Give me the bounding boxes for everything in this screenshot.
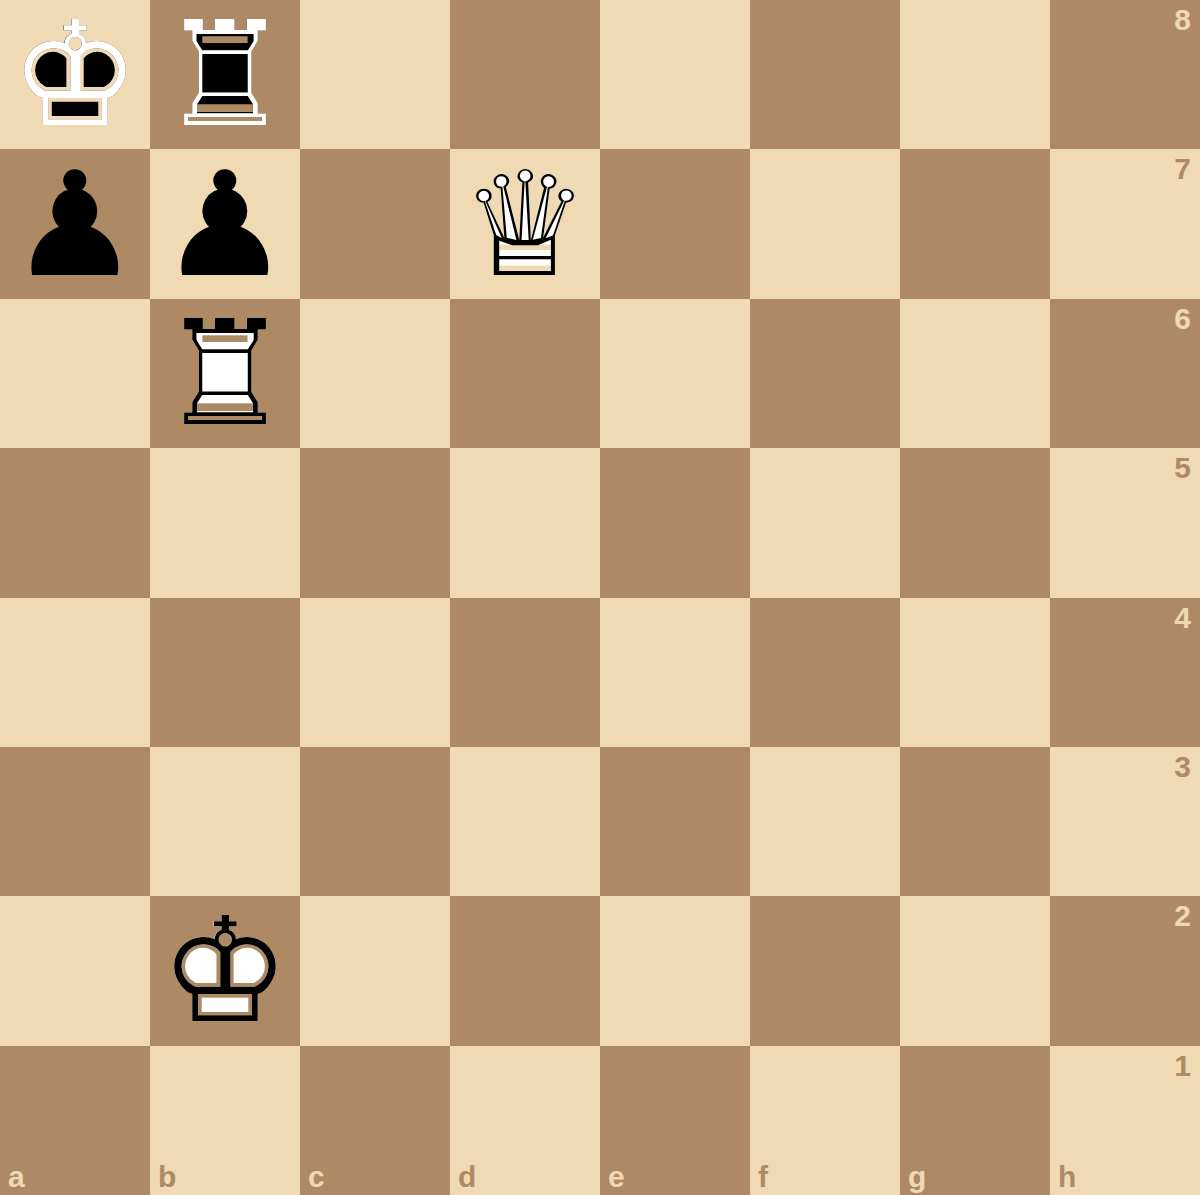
square-d4[interactable]: [450, 598, 600, 747]
black-pawn-piece[interactable]: ♟: [0, 149, 150, 298]
rank-label-3: 3: [1174, 752, 1191, 782]
square-h7[interactable]: 7: [1050, 149, 1200, 298]
square-d8[interactable]: [450, 0, 600, 149]
black-rook-piece[interactable]: ♜♖: [150, 0, 300, 149]
square-f8[interactable]: [750, 0, 900, 149]
file-label-d: d: [458, 1162, 476, 1192]
white-rook-piece[interactable]: ♜♖: [150, 299, 300, 448]
piece-glyph-outline: ♔: [0, 0, 150, 149]
square-c6[interactable]: [300, 299, 450, 448]
square-c2[interactable]: [300, 896, 450, 1045]
square-e1[interactable]: e: [600, 1046, 750, 1195]
square-h6[interactable]: 6: [1050, 299, 1200, 448]
square-d6[interactable]: [450, 299, 600, 448]
square-e7[interactable]: [600, 149, 750, 298]
black-king-piece[interactable]: ♚♔: [0, 0, 150, 149]
square-f6[interactable]: [750, 299, 900, 448]
piece-glyph-outline: ♔: [150, 896, 300, 1045]
square-h3[interactable]: 3: [1050, 747, 1200, 896]
piece-glyph-solid: ♜: [150, 0, 300, 149]
white-queen-piece[interactable]: ♛♕: [450, 149, 600, 298]
piece-glyph-outline: ♖: [150, 299, 300, 448]
rank-label-6: 6: [1174, 304, 1191, 334]
square-f7[interactable]: [750, 149, 900, 298]
white-king-piece[interactable]: ♚♔: [150, 896, 300, 1045]
square-c7[interactable]: [300, 149, 450, 298]
rank-label-1: 1: [1174, 1051, 1191, 1081]
square-b3[interactable]: [150, 747, 300, 896]
rank-label-2: 2: [1174, 901, 1191, 931]
square-f5[interactable]: [750, 448, 900, 597]
square-e8[interactable]: [600, 0, 750, 149]
square-a5[interactable]: [0, 448, 150, 597]
square-b8[interactable]: ♜♖: [150, 0, 300, 149]
rank-label-4: 4: [1174, 603, 1191, 633]
square-a8[interactable]: ♚♔: [0, 0, 150, 149]
square-d1[interactable]: d: [450, 1046, 600, 1195]
square-a1[interactable]: a: [0, 1046, 150, 1195]
square-a3[interactable]: [0, 747, 150, 896]
square-b6[interactable]: ♜♖: [150, 299, 300, 448]
file-label-b: b: [158, 1162, 176, 1192]
square-h4[interactable]: 4: [1050, 598, 1200, 747]
file-label-c: c: [308, 1162, 325, 1192]
square-f1[interactable]: f: [750, 1046, 900, 1195]
square-h5[interactable]: 5: [1050, 448, 1200, 597]
square-b2[interactable]: ♚♔: [150, 896, 300, 1045]
file-label-h: h: [1058, 1162, 1076, 1192]
square-b5[interactable]: [150, 448, 300, 597]
square-g5[interactable]: [900, 448, 1050, 597]
square-g2[interactable]: [900, 896, 1050, 1045]
file-label-a: a: [8, 1162, 25, 1192]
square-e3[interactable]: [600, 747, 750, 896]
square-a4[interactable]: [0, 598, 150, 747]
square-f3[interactable]: [750, 747, 900, 896]
file-label-f: f: [758, 1162, 768, 1192]
piece-glyph-solid: ♚: [150, 896, 300, 1045]
piece-glyph-solid: ♜: [150, 299, 300, 448]
square-d5[interactable]: [450, 448, 600, 597]
piece-glyph-outline: ♖: [150, 0, 300, 149]
square-a6[interactable]: [0, 299, 150, 448]
rank-label-5: 5: [1174, 453, 1191, 483]
square-f4[interactable]: [750, 598, 900, 747]
square-d3[interactable]: [450, 747, 600, 896]
piece-glyph-solid: ♛: [450, 149, 600, 298]
rank-label-8: 8: [1174, 5, 1191, 35]
square-g7[interactable]: [900, 149, 1050, 298]
square-g4[interactable]: [900, 598, 1050, 747]
square-c8[interactable]: [300, 0, 450, 149]
square-g6[interactable]: [900, 299, 1050, 448]
file-label-e: e: [608, 1162, 625, 1192]
rank-label-7: 7: [1174, 154, 1191, 184]
square-c4[interactable]: [300, 598, 450, 747]
square-b7[interactable]: ♟: [150, 149, 300, 298]
square-e6[interactable]: [600, 299, 750, 448]
piece-glyph-solid: ♚: [0, 0, 150, 149]
square-e4[interactable]: [600, 598, 750, 747]
square-a2[interactable]: [0, 896, 150, 1045]
square-c1[interactable]: c: [300, 1046, 450, 1195]
piece-glyph-outline: ♕: [450, 149, 600, 298]
square-e5[interactable]: [600, 448, 750, 597]
square-a7[interactable]: ♟: [0, 149, 150, 298]
square-d7[interactable]: ♛♕: [450, 149, 600, 298]
square-g3[interactable]: [900, 747, 1050, 896]
square-b1[interactable]: b: [150, 1046, 300, 1195]
square-g1[interactable]: g: [900, 1046, 1050, 1195]
file-label-g: g: [908, 1162, 926, 1192]
square-g8[interactable]: [900, 0, 1050, 149]
square-e2[interactable]: [600, 896, 750, 1045]
square-c5[interactable]: [300, 448, 450, 597]
square-h8[interactable]: 8: [1050, 0, 1200, 149]
square-h1[interactable]: 1h: [1050, 1046, 1200, 1195]
square-h2[interactable]: 2: [1050, 896, 1200, 1045]
square-d2[interactable]: [450, 896, 600, 1045]
chess-board: ♚♔♜♖8♟♟♛♕7♜♖6543♚♔2abcdefg1h: [0, 0, 1200, 1195]
square-b4[interactable]: [150, 598, 300, 747]
piece-glyph-solid: ♟: [150, 149, 300, 298]
piece-glyph-solid: ♟: [0, 149, 150, 298]
square-f2[interactable]: [750, 896, 900, 1045]
square-c3[interactable]: [300, 747, 450, 896]
black-pawn-piece[interactable]: ♟: [150, 149, 300, 298]
